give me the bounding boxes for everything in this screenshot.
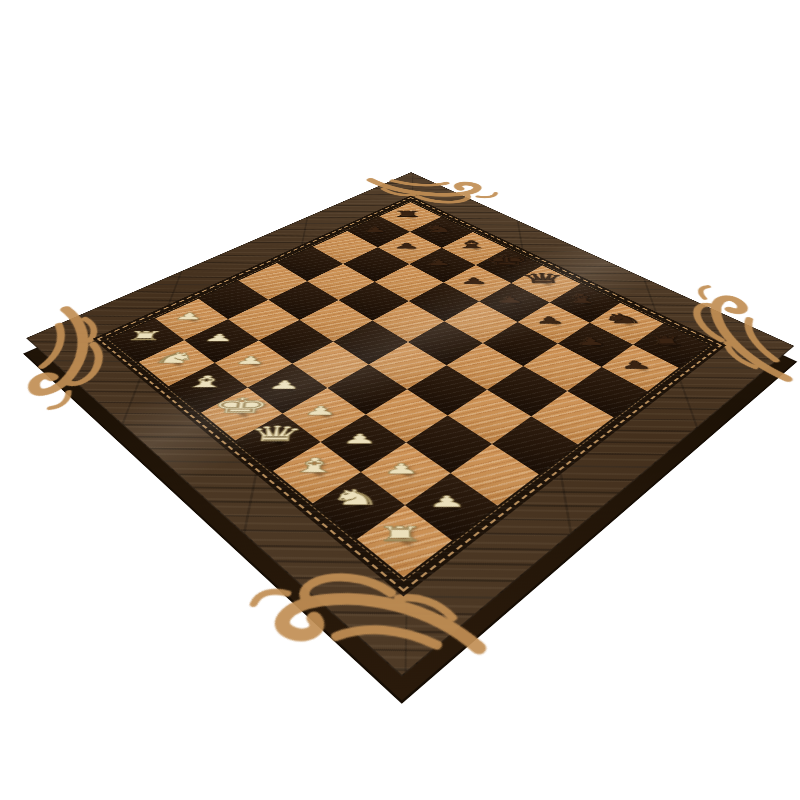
white-bishop-glyph: ♝	[153, 374, 260, 390]
product-photo: ♜♞♝♚♛♝♞♜♟♟♟♟♟♟♟♟♟♟♟♟♟♟♟♟♜♞♝♚♛♝♞♜ rnbkqbn…	[0, 0, 800, 800]
board-frame: ♜♞♝♚♛♝♞♜♟♟♟♟♟♟♟♟♟♟♟♟♟♟♟♟♜♞♝♚♛♝♞♜	[26, 172, 794, 676]
square-f5[interactable]	[446, 343, 523, 390]
square-g3[interactable]	[406, 415, 492, 473]
black-rook-glyph: ♜	[368, 210, 448, 218]
square-e4[interactable]	[369, 342, 446, 389]
square-g6[interactable]	[524, 344, 602, 391]
black-rook-glyph: ♜	[616, 335, 718, 347]
square-d1[interactable]	[201, 387, 283, 440]
square-b1[interactable]	[138, 340, 215, 387]
square-e3[interactable]	[327, 364, 407, 414]
square-h4[interactable]	[492, 416, 578, 474]
white-rook-glyph: ♜	[338, 524, 463, 544]
corner-flourish-sw-icon	[0, 306, 135, 414]
black-pawn-glyph: ♟	[396, 259, 482, 267]
square-d2[interactable]	[248, 363, 328, 413]
square-g5[interactable]	[487, 366, 567, 416]
square-f1[interactable]	[273, 441, 362, 503]
square-g2[interactable]	[361, 442, 450, 504]
square-g4[interactable]	[448, 390, 531, 444]
square-h6[interactable]	[567, 367, 647, 417]
pieces-layer: ♜♞♝♚♛♝♞♜♟♟♟♟♟♟♟♟♟♟♟♟♟♟♟♟♜♞♝♚♛♝♞♜	[110, 202, 708, 577]
square-h5[interactable]	[531, 391, 614, 445]
square-h7[interactable]	[601, 344, 679, 391]
square-d3[interactable]	[292, 341, 369, 388]
white-pawn-glyph: ♟	[140, 312, 236, 322]
square-h1[interactable]	[356, 505, 452, 578]
square-f2[interactable]	[321, 414, 407, 472]
white-knight-glyph: ♞	[295, 487, 415, 508]
square-h2[interactable]	[405, 473, 497, 540]
square-c1[interactable]	[168, 363, 247, 413]
white-king-glyph: ♚	[185, 395, 295, 416]
black-pawn-glyph: ♟	[502, 315, 598, 325]
square-f4[interactable]	[407, 365, 487, 415]
scene: ♜♞♝♚♛♝♞♜♟♟♟♟♟♟♟♟♟♟♟♟♟♟♟♟♜♞♝♚♛♝♞♜	[0, 0, 800, 800]
black-pawn-glyph: ♟	[584, 359, 688, 370]
square-f3[interactable]	[365, 389, 448, 443]
white-pawn-glyph: ♟	[303, 432, 415, 445]
board-tilt: ♜♞♝♚♛♝♞♜♟♟♟♟♟♟♟♟♟♟♟♟♟♟♟♟♜♞♝♚♛♝♞♜	[26, 172, 794, 676]
white-pawn-glyph: ♟	[231, 379, 336, 391]
black-knight-glyph: ♞	[398, 224, 480, 234]
white-pawn-glyph: ♟	[266, 405, 374, 417]
black-pawn-glyph: ♟	[365, 242, 449, 250]
white-queen-glyph: ♛	[219, 423, 332, 444]
white-pawn-glyph: ♟	[387, 494, 508, 510]
black-bishop-glyph: ♝	[534, 292, 628, 304]
square-e1[interactable]	[235, 413, 320, 470]
white-knight-glyph: ♞	[123, 350, 227, 365]
square-e2[interactable]	[283, 388, 365, 442]
corner-flourish-nw-icon	[364, 177, 504, 207]
white-pawn-glyph: ♟	[343, 462, 459, 476]
square-c2[interactable]	[215, 340, 292, 387]
black-pawn-glyph: ♟	[430, 276, 519, 285]
square-g1[interactable]	[313, 472, 405, 539]
white-pawn-glyph: ♟	[169, 333, 268, 343]
white-pawn-glyph: ♟	[199, 355, 301, 366]
square-h3[interactable]	[450, 443, 539, 505]
white-bishop-glyph: ♝	[255, 455, 371, 475]
